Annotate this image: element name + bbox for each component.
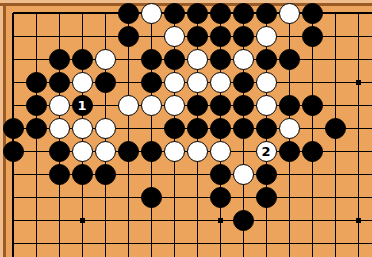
black-stone [26, 118, 47, 139]
white-stone [210, 72, 231, 93]
black-stone [256, 118, 277, 139]
black-stone [302, 141, 323, 162]
black-stone [118, 26, 139, 47]
black-stone [325, 118, 346, 139]
black-stone [49, 164, 70, 185]
white-stone [256, 26, 277, 47]
white-stone [72, 72, 93, 93]
black-stone [49, 141, 70, 162]
black-stone [141, 187, 162, 208]
black-stone [26, 95, 47, 116]
white-stone [49, 95, 70, 116]
white-stone [164, 26, 185, 47]
black-stone [233, 95, 254, 116]
black-stone [302, 3, 323, 24]
white-stone [187, 141, 208, 162]
white-stone [164, 95, 185, 116]
black-stone [210, 187, 231, 208]
black-stone [210, 49, 231, 70]
white-stone [95, 118, 116, 139]
marked-stone-1: 1 [72, 95, 93, 116]
black-stone [210, 3, 231, 24]
white-stone [72, 118, 93, 139]
white-stone [279, 3, 300, 24]
black-stone [49, 49, 70, 70]
white-stone [187, 72, 208, 93]
black-stone [233, 3, 254, 24]
black-stone [256, 164, 277, 185]
star-point [356, 80, 361, 85]
black-stone [302, 95, 323, 116]
white-stone [233, 49, 254, 70]
black-stone [210, 26, 231, 47]
black-stone [233, 72, 254, 93]
white-stone [95, 49, 116, 70]
black-stone [233, 26, 254, 47]
white-stone [256, 95, 277, 116]
white-stone [49, 118, 70, 139]
white-stone [72, 141, 93, 162]
black-stone [256, 49, 277, 70]
go-board: 12 [0, 0, 372, 257]
star-point [218, 218, 223, 223]
black-stone [256, 187, 277, 208]
black-stone [187, 118, 208, 139]
black-stone [141, 49, 162, 70]
black-stone [118, 3, 139, 24]
white-stone [210, 141, 231, 162]
grid-line-horizontal [13, 197, 372, 198]
white-stone [141, 95, 162, 116]
black-stone [164, 49, 185, 70]
white-stone [95, 141, 116, 162]
star-point [80, 218, 85, 223]
grid-line-horizontal [13, 243, 372, 244]
black-stone [279, 141, 300, 162]
black-stone [233, 210, 254, 231]
white-stone [141, 3, 162, 24]
black-stone [3, 141, 24, 162]
black-stone [164, 118, 185, 139]
white-stone [187, 49, 208, 70]
white-stone [279, 118, 300, 139]
black-stone [187, 3, 208, 24]
black-stone [187, 26, 208, 47]
black-stone [164, 3, 185, 24]
white-stone [256, 72, 277, 93]
black-stone [95, 72, 116, 93]
black-stone [72, 49, 93, 70]
black-stone [118, 141, 139, 162]
black-stone [187, 95, 208, 116]
white-stone [164, 72, 185, 93]
white-stone [164, 141, 185, 162]
marked-stone-2: 2 [256, 141, 277, 162]
black-stone [279, 49, 300, 70]
black-stone [95, 164, 116, 185]
black-stone [210, 95, 231, 116]
black-stone [210, 118, 231, 139]
black-stone [141, 141, 162, 162]
white-stone [118, 95, 139, 116]
black-stone [3, 118, 24, 139]
black-stone [302, 26, 323, 47]
black-stone [233, 118, 254, 139]
black-stone [210, 164, 231, 185]
black-stone [141, 72, 162, 93]
white-stone [233, 164, 254, 185]
black-stone [279, 95, 300, 116]
grid-line-horizontal [13, 220, 372, 221]
black-stone [26, 72, 47, 93]
black-stone [256, 3, 277, 24]
black-stone [49, 72, 70, 93]
star-point [356, 218, 361, 223]
black-stone [72, 164, 93, 185]
